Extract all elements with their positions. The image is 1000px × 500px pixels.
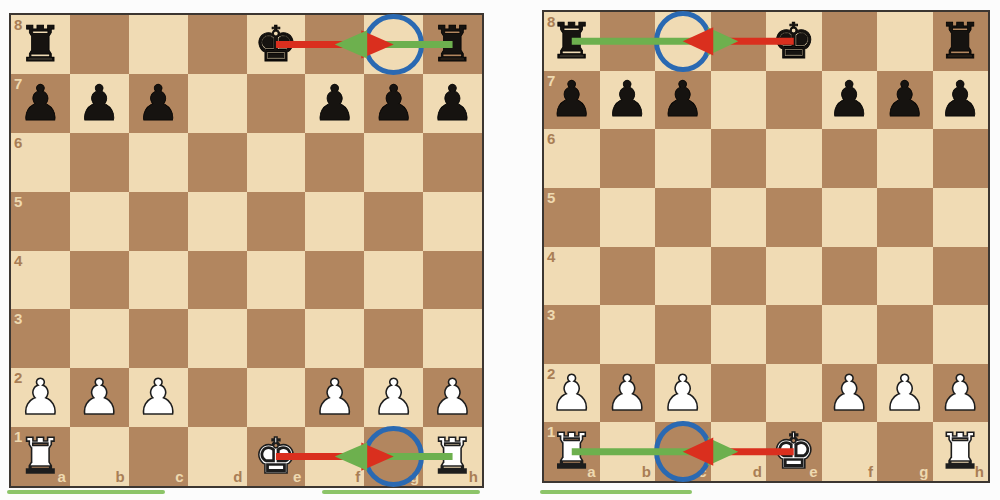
square-f7: ♟ bbox=[305, 74, 364, 133]
file-label: e bbox=[809, 464, 817, 479]
square-h5 bbox=[933, 188, 989, 247]
castling-destination-circle bbox=[654, 421, 712, 482]
square-a8: 8♜ bbox=[11, 15, 70, 74]
piece-white-pawn: ♟ bbox=[822, 364, 878, 423]
square-h1: h♜ bbox=[933, 422, 989, 481]
link-underline[interactable] bbox=[540, 490, 692, 494]
square-c4 bbox=[129, 251, 188, 310]
square-d1: d bbox=[711, 422, 767, 481]
rank-label: 5 bbox=[547, 190, 555, 205]
square-f1: f bbox=[822, 422, 878, 481]
square-h2: ♟ bbox=[933, 364, 989, 423]
square-b1: b bbox=[70, 427, 129, 486]
rank-label: 8 bbox=[14, 17, 22, 32]
square-f3 bbox=[822, 305, 878, 364]
chessboard-kingside-castling: 8♜♚♜7♟♟♟♟♟♟65432♟♟♟♟♟♟1a♜bcde♚fgh♜ bbox=[9, 13, 484, 488]
square-f6 bbox=[822, 129, 878, 188]
rank-label: 4 bbox=[547, 249, 555, 264]
square-d5 bbox=[188, 192, 247, 251]
rank-label: 6 bbox=[547, 131, 555, 146]
square-g3 bbox=[877, 305, 933, 364]
square-e2 bbox=[247, 368, 306, 427]
square-d5 bbox=[711, 188, 767, 247]
square-e3 bbox=[247, 309, 306, 368]
square-g1: g bbox=[364, 427, 423, 486]
file-label: a bbox=[58, 469, 66, 484]
square-e6 bbox=[247, 133, 306, 192]
square-h5 bbox=[423, 192, 482, 251]
piece-black-pawn: ♟ bbox=[600, 71, 656, 130]
file-label: b bbox=[116, 469, 125, 484]
file-label: f bbox=[868, 464, 873, 479]
square-b7: ♟ bbox=[70, 74, 129, 133]
square-c3 bbox=[655, 305, 711, 364]
rank-label: 6 bbox=[14, 135, 22, 150]
file-label: d bbox=[753, 464, 762, 479]
square-c1: c bbox=[655, 422, 711, 481]
square-c8 bbox=[655, 12, 711, 71]
square-g8 bbox=[877, 12, 933, 71]
piece-white-pawn: ♟ bbox=[655, 364, 711, 423]
piece-black-pawn: ♟ bbox=[877, 71, 933, 130]
square-f8 bbox=[822, 12, 878, 71]
square-d2 bbox=[188, 368, 247, 427]
square-c3 bbox=[129, 309, 188, 368]
piece-white-pawn: ♟ bbox=[129, 368, 188, 427]
square-e6 bbox=[766, 129, 822, 188]
piece-white-pawn: ♟ bbox=[600, 364, 656, 423]
piece-black-pawn: ♟ bbox=[364, 74, 423, 133]
piece-black-pawn: ♟ bbox=[129, 74, 188, 133]
square-d3 bbox=[711, 305, 767, 364]
piece-black-pawn: ♟ bbox=[933, 71, 989, 130]
square-e7 bbox=[766, 71, 822, 130]
file-label: h bbox=[975, 464, 984, 479]
square-g7: ♟ bbox=[364, 74, 423, 133]
square-e1: e♚ bbox=[247, 427, 306, 486]
rank-label: 4 bbox=[14, 253, 22, 268]
square-d7 bbox=[711, 71, 767, 130]
file-label: d bbox=[233, 469, 242, 484]
square-e2 bbox=[766, 364, 822, 423]
square-c6 bbox=[129, 133, 188, 192]
square-a4: 4 bbox=[544, 247, 600, 306]
square-e5 bbox=[247, 192, 306, 251]
piece-white-pawn: ♟ bbox=[423, 368, 482, 427]
square-b3 bbox=[600, 305, 656, 364]
file-label: a bbox=[587, 464, 595, 479]
square-b2: ♟ bbox=[70, 368, 129, 427]
piece-white-pawn: ♟ bbox=[305, 368, 364, 427]
piece-white-pawn: ♟ bbox=[877, 364, 933, 423]
file-label: e bbox=[293, 469, 301, 484]
square-c6 bbox=[655, 129, 711, 188]
square-g1: g bbox=[877, 422, 933, 481]
rank-label: 7 bbox=[547, 73, 555, 88]
square-h2: ♟ bbox=[423, 368, 482, 427]
square-a2: 2♟ bbox=[11, 368, 70, 427]
square-a4: 4 bbox=[11, 251, 70, 310]
square-g4 bbox=[877, 247, 933, 306]
square-d4 bbox=[711, 247, 767, 306]
piece-black-pawn: ♟ bbox=[655, 71, 711, 130]
square-g8 bbox=[364, 15, 423, 74]
square-e1: e♚ bbox=[766, 422, 822, 481]
square-b8 bbox=[600, 12, 656, 71]
square-g7: ♟ bbox=[877, 71, 933, 130]
piece-black-pawn: ♟ bbox=[70, 74, 129, 133]
square-d6 bbox=[188, 133, 247, 192]
square-d8 bbox=[711, 12, 767, 71]
square-e7 bbox=[247, 74, 306, 133]
square-c2: ♟ bbox=[129, 368, 188, 427]
square-e4 bbox=[247, 251, 306, 310]
square-g2: ♟ bbox=[364, 368, 423, 427]
square-g2: ♟ bbox=[877, 364, 933, 423]
square-d4 bbox=[188, 251, 247, 310]
file-label: f bbox=[355, 469, 360, 484]
rank-label: 3 bbox=[14, 311, 22, 326]
piece-white-pawn: ♟ bbox=[933, 364, 989, 423]
file-label: c bbox=[175, 469, 183, 484]
square-h4 bbox=[423, 251, 482, 310]
square-g4 bbox=[364, 251, 423, 310]
square-e8: ♚ bbox=[247, 15, 306, 74]
link-underline[interactable] bbox=[7, 490, 165, 494]
square-f2: ♟ bbox=[305, 368, 364, 427]
rank-label: 5 bbox=[14, 194, 22, 209]
square-f7: ♟ bbox=[822, 71, 878, 130]
piece-black-king: ♚ bbox=[766, 12, 822, 71]
piece-white-pawn: ♟ bbox=[70, 368, 129, 427]
square-e4 bbox=[766, 247, 822, 306]
square-f4 bbox=[822, 247, 878, 306]
castling-destination-circle bbox=[363, 14, 424, 75]
square-b5 bbox=[600, 188, 656, 247]
square-d2 bbox=[711, 364, 767, 423]
piece-black-pawn: ♟ bbox=[305, 74, 364, 133]
piece-black-rook: ♜ bbox=[423, 15, 482, 74]
link-underline[interactable] bbox=[322, 490, 480, 494]
rank-label: 2 bbox=[14, 370, 22, 385]
square-h6 bbox=[423, 133, 482, 192]
square-c8 bbox=[129, 15, 188, 74]
square-h8: ♜ bbox=[933, 12, 989, 71]
square-a6: 6 bbox=[544, 129, 600, 188]
square-a5: 5 bbox=[544, 188, 600, 247]
square-f5 bbox=[822, 188, 878, 247]
square-f5 bbox=[305, 192, 364, 251]
square-c1: c bbox=[129, 427, 188, 486]
square-a6: 6 bbox=[11, 133, 70, 192]
piece-black-king: ♚ bbox=[247, 15, 306, 74]
square-h8: ♜ bbox=[423, 15, 482, 74]
square-g5 bbox=[877, 188, 933, 247]
board-grid: 8♜♚♜7♟♟♟♟♟♟65432♟♟♟♟♟♟1a♜bcde♚fgh♜ bbox=[11, 15, 482, 486]
square-a7: 7♟ bbox=[544, 71, 600, 130]
piece-white-pawn: ♟ bbox=[364, 368, 423, 427]
square-a3: 3 bbox=[544, 305, 600, 364]
square-a8: 8♜ bbox=[544, 12, 600, 71]
square-b4 bbox=[70, 251, 129, 310]
square-h7: ♟ bbox=[933, 71, 989, 130]
square-f8 bbox=[305, 15, 364, 74]
square-b4 bbox=[600, 247, 656, 306]
square-g5 bbox=[364, 192, 423, 251]
square-f2: ♟ bbox=[822, 364, 878, 423]
square-a2: 2♟ bbox=[544, 364, 600, 423]
square-b5 bbox=[70, 192, 129, 251]
file-label: g bbox=[919, 464, 928, 479]
square-c5 bbox=[655, 188, 711, 247]
castling-tutorial-page: { "game": "chess", "position": "r3k2r/pp… bbox=[0, 0, 1000, 500]
square-h1: h♜ bbox=[423, 427, 482, 486]
square-c4 bbox=[655, 247, 711, 306]
castling-destination-circle bbox=[363, 426, 424, 487]
rank-label: 2 bbox=[547, 366, 555, 381]
square-b8 bbox=[70, 15, 129, 74]
square-b1: b bbox=[600, 422, 656, 481]
file-label: h bbox=[469, 469, 478, 484]
square-b2: ♟ bbox=[600, 364, 656, 423]
square-h7: ♟ bbox=[423, 74, 482, 133]
square-b3 bbox=[70, 309, 129, 368]
piece-black-pawn: ♟ bbox=[822, 71, 878, 130]
square-c2: ♟ bbox=[655, 364, 711, 423]
square-f4 bbox=[305, 251, 364, 310]
square-g3 bbox=[364, 309, 423, 368]
square-b6 bbox=[600, 129, 656, 188]
rank-label: 1 bbox=[14, 429, 22, 444]
square-f3 bbox=[305, 309, 364, 368]
square-d3 bbox=[188, 309, 247, 368]
square-a1: 1a♜ bbox=[544, 422, 600, 481]
square-b6 bbox=[70, 133, 129, 192]
castling-destination-circle bbox=[654, 11, 712, 72]
square-c7: ♟ bbox=[129, 74, 188, 133]
square-e3 bbox=[766, 305, 822, 364]
file-label: b bbox=[642, 464, 651, 479]
square-d7 bbox=[188, 74, 247, 133]
rank-label: 1 bbox=[547, 424, 555, 439]
square-c5 bbox=[129, 192, 188, 251]
square-a5: 5 bbox=[11, 192, 70, 251]
square-f6 bbox=[305, 133, 364, 192]
piece-black-pawn: ♟ bbox=[423, 74, 482, 133]
square-d1: d bbox=[188, 427, 247, 486]
square-g6 bbox=[364, 133, 423, 192]
square-f1: f bbox=[305, 427, 364, 486]
square-e5 bbox=[766, 188, 822, 247]
square-b7: ♟ bbox=[600, 71, 656, 130]
square-e8: ♚ bbox=[766, 12, 822, 71]
square-h3 bbox=[423, 309, 482, 368]
square-a3: 3 bbox=[11, 309, 70, 368]
rank-label: 7 bbox=[14, 76, 22, 91]
square-a7: 7♟ bbox=[11, 74, 70, 133]
square-a1: 1a♜ bbox=[11, 427, 70, 486]
square-d6 bbox=[711, 129, 767, 188]
chessboard-queenside-castling: 8♜♚♜7♟♟♟♟♟♟65432♟♟♟♟♟♟1a♜bcde♚fgh♜ bbox=[542, 10, 990, 483]
rank-label: 8 bbox=[547, 14, 555, 29]
square-c7: ♟ bbox=[655, 71, 711, 130]
square-h6 bbox=[933, 129, 989, 188]
rank-label: 3 bbox=[547, 307, 555, 322]
square-h4 bbox=[933, 247, 989, 306]
square-g6 bbox=[877, 129, 933, 188]
piece-black-rook: ♜ bbox=[933, 12, 989, 71]
square-h3 bbox=[933, 305, 989, 364]
square-d8 bbox=[188, 15, 247, 74]
board-grid: 8♜♚♜7♟♟♟♟♟♟65432♟♟♟♟♟♟1a♜bcde♚fgh♜ bbox=[544, 12, 988, 481]
